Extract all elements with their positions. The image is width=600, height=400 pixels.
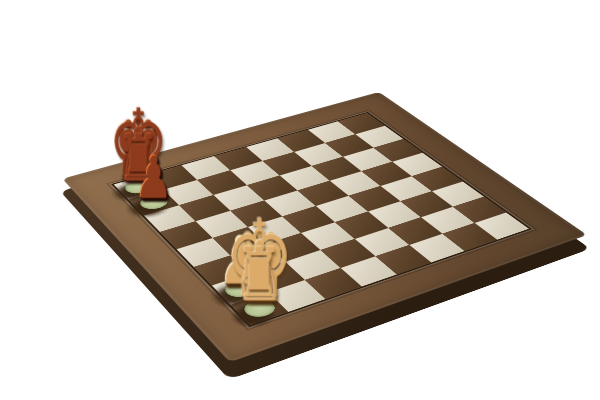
perspective-scene: ♜♞♝♛♚♝♞♜♟♟♟♟♟♟♟♟♟♟♟♟♟♟♟♟♜♞♝♛♚♝♞♜ <box>0 0 600 400</box>
chess-set-photo: ♜♞♝♛♚♝♞♜♟♟♟♟♟♟♟♟♟♟♟♟♟♟♟♟♜♞♝♛♚♝♞♜ <box>0 0 600 400</box>
chess-board: ♜♞♝♛♚♝♞♜♟♟♟♟♟♟♟♟♟♟♟♟♟♟♟♟♜♞♝♛♚♝♞♜ <box>62 92 587 362</box>
